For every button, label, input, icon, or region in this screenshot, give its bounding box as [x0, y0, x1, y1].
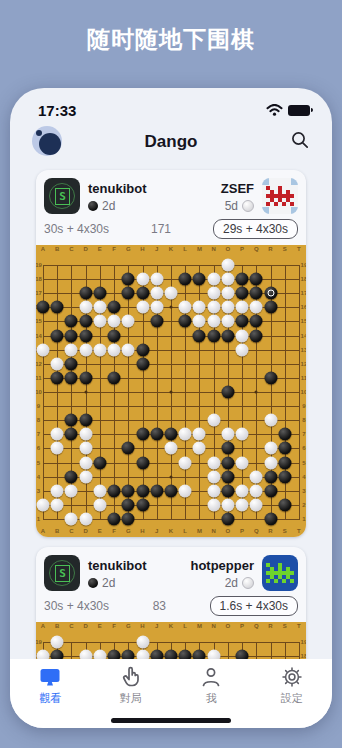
white-stone-N15 [207, 315, 220, 328]
black-stone-C8 [65, 414, 78, 427]
grid-line [43, 406, 300, 407]
black-stone-E17 [93, 287, 106, 300]
black-stone-D15 [79, 315, 92, 328]
col-label: D [83, 246, 87, 252]
black-stone-H5 [136, 456, 149, 469]
row-label: 9 [37, 403, 40, 409]
move-number: 171 [151, 222, 171, 236]
col-label: P [240, 623, 244, 629]
black-stone-P18 [236, 273, 249, 286]
row-label: 11 [36, 375, 42, 381]
black-stone-O6 [221, 442, 234, 455]
white-stone-E2 [93, 498, 106, 511]
white-stone-D7 [79, 428, 92, 441]
game-2-black-player: S tenukibot 2d [44, 555, 147, 591]
black-stone-K7 [164, 428, 177, 441]
black-player-rank: 2d [88, 576, 147, 590]
black-stone-Q17 [250, 287, 263, 300]
black-stone-H2 [136, 498, 149, 511]
col-label: E [98, 528, 102, 534]
col-label: E [98, 623, 102, 629]
black-stone-O10 [221, 385, 234, 398]
white-stone-K17 [164, 287, 177, 300]
tab-me-label: 我 [206, 691, 217, 706]
row-label: 18 [301, 276, 306, 282]
active-timer: 29s + 4x30s [213, 219, 298, 239]
row-label: 5 [302, 460, 305, 466]
white-stone-N3 [207, 484, 220, 497]
white-stone-O16 [221, 301, 234, 314]
white-stone-O2 [221, 498, 234, 511]
row-label: 3 [37, 488, 40, 494]
black-stone-C14 [65, 329, 78, 342]
white-stone-M16 [193, 301, 206, 314]
row-label: 14 [36, 333, 42, 339]
gear-icon [280, 666, 304, 688]
status-bar: 17:33 [10, 88, 332, 120]
black-stone-S5 [278, 456, 291, 469]
battery-icon [288, 105, 310, 116]
black-stone-G6 [122, 442, 135, 455]
black-stone-F1 [108, 512, 121, 525]
white-stone-Q4 [250, 470, 263, 483]
black-stone-H13 [136, 343, 149, 356]
game-1-header: S tenukibot 2d ZSEF 5d [36, 178, 306, 214]
row-label: 19 [36, 639, 42, 645]
col-label: Q [254, 623, 259, 629]
white-stone-F13 [108, 343, 121, 356]
black-stone-F14 [108, 329, 121, 342]
banner-title: 随时随地下围棋 [87, 24, 255, 55]
game-card-1[interactable]: S tenukibot 2d ZSEF 5d [36, 170, 306, 537]
top-banner: 随时随地下围棋 [0, 0, 342, 88]
black-stone-R16 [264, 301, 277, 314]
col-label: B [55, 528, 59, 534]
black-stone-L15 [179, 315, 192, 328]
black-stone-M18 [193, 273, 206, 286]
col-label: M [197, 623, 202, 629]
black-stone-H12 [136, 357, 149, 370]
home-indicator[interactable] [111, 718, 231, 723]
star-point [169, 475, 172, 478]
black-stone-A16 [37, 301, 50, 314]
white-stone-E13 [93, 343, 106, 356]
phone-mockup: 17:33 Dango S tenukibot [10, 88, 332, 728]
tab-settings[interactable]: 設定 [262, 666, 322, 706]
white-stone-N5 [207, 456, 220, 469]
white-stone-A13 [37, 343, 50, 356]
person-icon [199, 666, 223, 688]
star-point [169, 306, 172, 309]
row-label: 7 [37, 431, 40, 437]
black-time: 30s + 4x30s [44, 222, 109, 236]
black-stone-S7 [278, 428, 291, 441]
white-stone-P16 [236, 301, 249, 314]
col-label: A [41, 528, 45, 534]
wifi-icon [266, 104, 283, 116]
col-label: Q [254, 246, 259, 252]
black-stone-E5 [93, 456, 106, 469]
white-stone-R8 [264, 414, 277, 427]
col-label: B [55, 246, 59, 252]
tab-play[interactable]: 對局 [101, 666, 161, 706]
white-player-name: ZSEF [221, 181, 254, 196]
white-stone-icon [242, 577, 254, 589]
col-label: J [155, 623, 158, 629]
white-stone-C3 [65, 484, 78, 497]
white-stone-E3 [93, 484, 106, 497]
game-2-header: S tenukibot 2d hotpepper 2d [36, 555, 306, 591]
row-label: 16 [301, 304, 306, 310]
game-1-black-player: S tenukibot 2d [44, 178, 147, 214]
row-label: 9 [302, 403, 305, 409]
white-stone-B19 [51, 636, 64, 649]
black-stone-D14 [79, 329, 92, 342]
white-stone-D6 [79, 442, 92, 455]
black-stone-Q18 [250, 273, 263, 286]
white-stone-Q2 [250, 498, 263, 511]
white-stone-D13 [79, 343, 92, 356]
col-label: H [140, 246, 144, 252]
black-stone-J3 [150, 484, 163, 497]
white-stone-F15 [108, 315, 121, 328]
white-stone-L5 [179, 456, 192, 469]
row-label: 12 [301, 361, 306, 367]
row-label: 1 [302, 516, 305, 522]
black-stone-S4 [278, 470, 291, 483]
white-stone-P13 [236, 343, 249, 356]
black-stone-R4 [264, 470, 277, 483]
white-stone-A2 [37, 498, 50, 511]
hand-icon [119, 666, 143, 688]
white-stone-N8 [207, 414, 220, 427]
white-stone-C1 [65, 512, 78, 525]
row-label: 10 [301, 389, 306, 395]
black-stone-N14 [207, 329, 220, 342]
col-label: C [69, 623, 73, 629]
tab-settings-label: 設定 [281, 691, 303, 706]
col-label: R [268, 246, 272, 252]
black-stone-O14 [221, 329, 234, 342]
white-stone-P14 [236, 329, 249, 342]
star-point [255, 390, 258, 393]
tab-play-label: 對局 [120, 691, 142, 706]
white-stone-B3 [51, 484, 64, 497]
black-stone-Q15 [250, 315, 263, 328]
col-label: L [183, 623, 187, 629]
white-stone-O19 [221, 259, 234, 272]
tenukibot-avatar: S [44, 178, 80, 214]
col-label: J [155, 528, 158, 534]
black-stone-icon [88, 201, 98, 211]
game-2-white-player: hotpepper 2d [190, 555, 298, 591]
row-label: 19 [301, 639, 306, 645]
white-stone-N2 [207, 498, 220, 511]
app-title: Dango [145, 132, 198, 152]
white-stone-Q3 [250, 484, 263, 497]
col-label: T [297, 623, 301, 629]
white-stone-O7 [221, 428, 234, 441]
white-stone-M6 [193, 442, 206, 455]
white-stone-M15 [193, 315, 206, 328]
black-stone-G1 [122, 512, 135, 525]
white-player-rank: 2d [190, 576, 254, 590]
black-stone-C7 [65, 428, 78, 441]
black-stone-icon [88, 578, 98, 588]
invader-pixels [266, 563, 270, 567]
white-stone-J18 [150, 273, 163, 286]
row-label: 6 [37, 445, 40, 451]
row-label: 2 [302, 502, 305, 508]
black-stone-R17 [264, 287, 277, 300]
app-header: Dango [10, 124, 332, 160]
col-label: C [69, 246, 73, 252]
black-stone-R1 [264, 512, 277, 525]
white-stone-J17 [150, 287, 163, 300]
black-stone-G2 [122, 498, 135, 511]
active-timer: 1.6s + 4x30s [210, 596, 298, 616]
white-stone-E16 [93, 301, 106, 314]
col-label: S [283, 623, 287, 629]
white-stone-N18 [207, 273, 220, 286]
black-stone-P17 [236, 287, 249, 300]
tenukibot-avatar-2: S [44, 555, 80, 591]
tab-watch-label: 觀看 [39, 691, 61, 706]
white-stone-P2 [236, 498, 249, 511]
white-stone-L7 [179, 428, 192, 441]
white-stone-E15 [93, 315, 106, 328]
white-stone-G15 [122, 315, 135, 328]
row-label: 3 [302, 488, 305, 494]
col-label: H [140, 623, 144, 629]
white-stone-R5 [264, 456, 277, 469]
white-stone-B12 [51, 357, 64, 370]
black-stone-O1 [221, 512, 234, 525]
black-stone-R11 [264, 371, 277, 384]
white-stone-O17 [221, 287, 234, 300]
black-stone-C4 [65, 470, 78, 483]
black-stone-G18 [122, 273, 135, 286]
col-label: C [69, 528, 73, 534]
row-label: 6 [302, 445, 305, 451]
col-label: A [41, 623, 45, 629]
white-stone-J16 [150, 301, 163, 314]
black-stone-F3 [108, 484, 121, 497]
game-1-white-player: ZSEF 5d [221, 178, 298, 214]
col-label: G [126, 528, 131, 534]
white-stone-P7 [236, 428, 249, 441]
black-stone-J7 [150, 428, 163, 441]
col-label: N [211, 246, 215, 252]
black-stone-O3 [221, 484, 234, 497]
col-label: E [98, 246, 102, 252]
black-stone-S2 [278, 498, 291, 511]
hotpepper-avatar [262, 555, 298, 591]
col-label: H [140, 528, 144, 534]
white-player-name: hotpepper [190, 558, 254, 573]
black-player-rank: 2d [88, 199, 147, 213]
col-label: K [169, 528, 173, 534]
col-label: Q [254, 528, 259, 534]
col-label: O [226, 246, 231, 252]
white-stone-R6 [264, 442, 277, 455]
row-label: 7 [302, 431, 305, 437]
black-player-name: tenukibot [88, 558, 147, 573]
col-label: N [211, 528, 215, 534]
black-stone-H17 [136, 287, 149, 300]
col-label: P [240, 528, 244, 534]
tab-watch[interactable]: 觀看 [20, 666, 80, 706]
white-stone-D16 [79, 301, 92, 314]
row-label: 14 [301, 333, 306, 339]
status-time: 17:33 [38, 102, 76, 119]
white-stone-P3 [236, 484, 249, 497]
white-stone-icon [242, 200, 254, 212]
game-2-times: 30s + 4x30s 83 1.6s + 4x30s [36, 591, 306, 622]
white-stone-D5 [79, 456, 92, 469]
row-label: 5 [37, 460, 40, 466]
black-stone-C15 [65, 315, 78, 328]
row-label: 19 [301, 262, 306, 268]
row-label: 18 [36, 276, 42, 282]
col-label: D [83, 528, 87, 534]
black-player-name: tenukibot [88, 181, 147, 196]
black-stone-M14 [193, 329, 206, 342]
white-stone-L3 [179, 484, 192, 497]
white-stone-L16 [179, 301, 192, 314]
white-stone-N4 [207, 470, 220, 483]
row-label: 13 [301, 347, 306, 353]
row-label: 8 [302, 417, 305, 423]
black-stone-F11 [108, 371, 121, 384]
col-label: B [55, 623, 59, 629]
monitor-icon [38, 666, 62, 688]
col-label: P [240, 246, 244, 252]
white-stone-O18 [221, 273, 234, 286]
row-label: 4 [302, 474, 305, 480]
row-label: 19 [36, 262, 42, 268]
black-stone-O5 [221, 456, 234, 469]
white-stone-D4 [79, 470, 92, 483]
row-label: 11 [301, 375, 306, 381]
col-label: K [169, 623, 173, 629]
row-label: 17 [301, 290, 306, 296]
col-label: M [197, 246, 202, 252]
black-time: 30s + 4x30s [44, 599, 109, 613]
row-label: 1 [37, 516, 40, 522]
black-stone-Q14 [250, 329, 263, 342]
row-label: 17 [36, 290, 42, 296]
move-number: 83 [153, 599, 166, 613]
white-stone-C13 [65, 343, 78, 356]
white-stone-P5 [236, 456, 249, 469]
star-point [84, 390, 87, 393]
row-label: 15 [36, 318, 42, 324]
col-label: L [183, 246, 187, 252]
black-stone-H7 [136, 428, 149, 441]
white-stone-H19 [136, 636, 149, 649]
white-stone-M7 [193, 428, 206, 441]
white-stone-H18 [136, 273, 149, 286]
black-stone-G3 [122, 484, 135, 497]
white-stone-D1 [79, 512, 92, 525]
search-icon[interactable] [290, 130, 310, 150]
row-label: 12 [36, 361, 42, 367]
col-label: T [297, 528, 301, 534]
black-stone-J15 [150, 315, 163, 328]
black-stone-D8 [79, 414, 92, 427]
white-player-rank: 5d [221, 199, 254, 213]
black-stone-G17 [122, 287, 135, 300]
black-stone-P15 [236, 315, 249, 328]
black-stone-C12 [65, 357, 78, 370]
row-label: 15 [301, 318, 306, 324]
black-stone-C11 [65, 371, 78, 384]
col-label: A [41, 246, 45, 252]
white-stone-B2 [51, 498, 64, 511]
row-label: 4 [37, 474, 40, 480]
col-label: D [83, 623, 87, 629]
col-label: K [169, 246, 173, 252]
invader-pixels [266, 186, 270, 190]
col-label: T [297, 246, 301, 252]
col-label: S [283, 528, 287, 534]
col-label: G [126, 246, 131, 252]
black-stone-D11 [79, 371, 92, 384]
row-label: 10 [36, 389, 42, 395]
white-stone-K6 [164, 442, 177, 455]
status-icons [266, 104, 310, 116]
white-stone-O15 [221, 315, 234, 328]
row-label: 8 [37, 417, 40, 423]
col-label: F [112, 623, 116, 629]
go-board-1[interactable]: AABBCCDDEEFFGGHHJJKKLLMMNNOOPPQQRRSSTT19… [36, 245, 306, 537]
white-stone-B7 [51, 428, 64, 441]
white-stone-Q16 [250, 301, 263, 314]
col-label: S [283, 246, 287, 252]
white-stone-N16 [207, 301, 220, 314]
col-label: R [268, 623, 272, 629]
tab-me[interactable]: 我 [181, 666, 241, 706]
star-point [169, 390, 172, 393]
black-stone-B16 [51, 301, 64, 314]
black-stone-K3 [164, 484, 177, 497]
white-stone-G13 [122, 343, 135, 356]
white-stone-H16 [136, 301, 149, 314]
col-label: R [268, 528, 272, 534]
col-label: O [226, 528, 231, 534]
col-label: G [126, 623, 131, 629]
col-label: L [183, 528, 187, 534]
col-label: N [211, 623, 215, 629]
col-label: M [197, 528, 202, 534]
app-logo-icon [32, 126, 62, 156]
black-stone-H3 [136, 484, 149, 497]
black-stone-O4 [221, 470, 234, 483]
black-stone-D17 [79, 287, 92, 300]
zsef-avatar [262, 178, 298, 214]
black-stone-R3 [264, 484, 277, 497]
col-label: J [155, 246, 158, 252]
black-stone-B14 [51, 329, 64, 342]
black-stone-S6 [278, 442, 291, 455]
black-stone-L18 [179, 273, 192, 286]
black-stone-B11 [51, 371, 64, 384]
game-1-times: 30s + 4x30s 171 29s + 4x30s [36, 214, 306, 245]
white-stone-N17 [207, 287, 220, 300]
col-label: F [112, 528, 116, 534]
col-label: O [226, 623, 231, 629]
